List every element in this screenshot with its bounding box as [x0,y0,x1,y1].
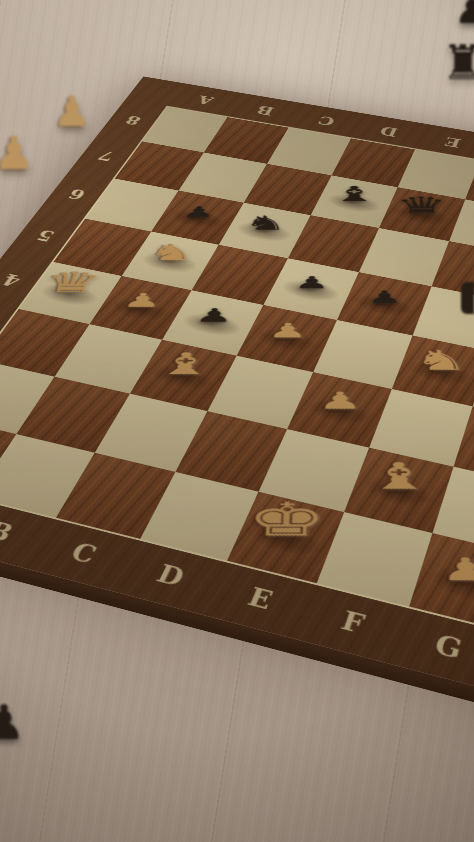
black-pawn-glyph: ♟ [181,204,215,219]
black-pawn-glyph: ♟ [294,274,329,291]
white-knight-glyph: ♞ [146,241,197,263]
chess-board: AABBCCDDEEFFGGHH8877665544332211 ♚♛♞♞♝♝♟… [0,76,474,737]
captured-black-pawn-3[interactable]: ♟ [454,0,474,29]
square-e4[interactable] [313,320,412,389]
square-d3[interactable] [207,356,313,429]
black-pawn-glyph: ♟ [367,288,403,305]
captured-black-pawn-4[interactable]: ♟ [0,698,26,746]
white-queen-glyph: ♛ [41,269,105,297]
white-pawn-glyph: ♟ [121,291,163,310]
captured-white-pawn-0[interactable]: ♟ [53,91,91,133]
black-queen-glyph: ♛ [395,194,449,217]
black-bishop-glyph: ♝ [331,184,378,205]
black-knight-glyph: ♞ [243,213,287,233]
square-b3[interactable] [55,324,163,394]
square-b1[interactable] [0,434,95,518]
square-f2[interactable] [344,448,453,533]
captured-white-pawn-1[interactable]: ♟ [0,130,35,176]
square-f3[interactable] [369,389,473,467]
square-e3[interactable] [287,372,392,447]
partial-piece-right-edge [461,282,474,314]
captured-black-rook-2[interactable]: ♜ [441,38,474,86]
photo-scene: AABBCCDDEEFFGGHH8877665544332211 ♚♛♞♞♝♝♟… [0,0,474,842]
